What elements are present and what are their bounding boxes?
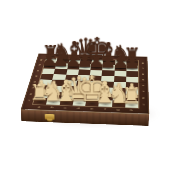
chess-board: ♜♞♝♛♚♝♞♜♟♟♟♟♟♟♟♟♟♟♟♟♟♟♟♟♜♞♝♛♚♝♞♜ bbox=[33, 58, 138, 108]
board-top-face: abcdefgh abcdefgh 87654321 87654321 ♜♞♝♛… bbox=[21, 53, 149, 113]
square-h7: ♟ bbox=[126, 66, 138, 72]
piece-black-pawn: ♟ bbox=[124, 53, 141, 71]
perspective-wrapper: abcdefgh abcdefgh 87654321 87654321 ♜♞♝♛… bbox=[0, 0, 175, 175]
square-h1: ♜ bbox=[125, 101, 138, 108]
piece-white-rook: ♜ bbox=[121, 85, 141, 108]
folding-chess-box: abcdefgh abcdefgh 87654321 87654321 ♜♞♝♛… bbox=[21, 53, 149, 113]
brass-clasp-icon bbox=[45, 114, 55, 120]
chess-set-product-photo: abcdefgh abcdefgh 87654321 87654321 ♜♞♝♛… bbox=[0, 0, 175, 175]
